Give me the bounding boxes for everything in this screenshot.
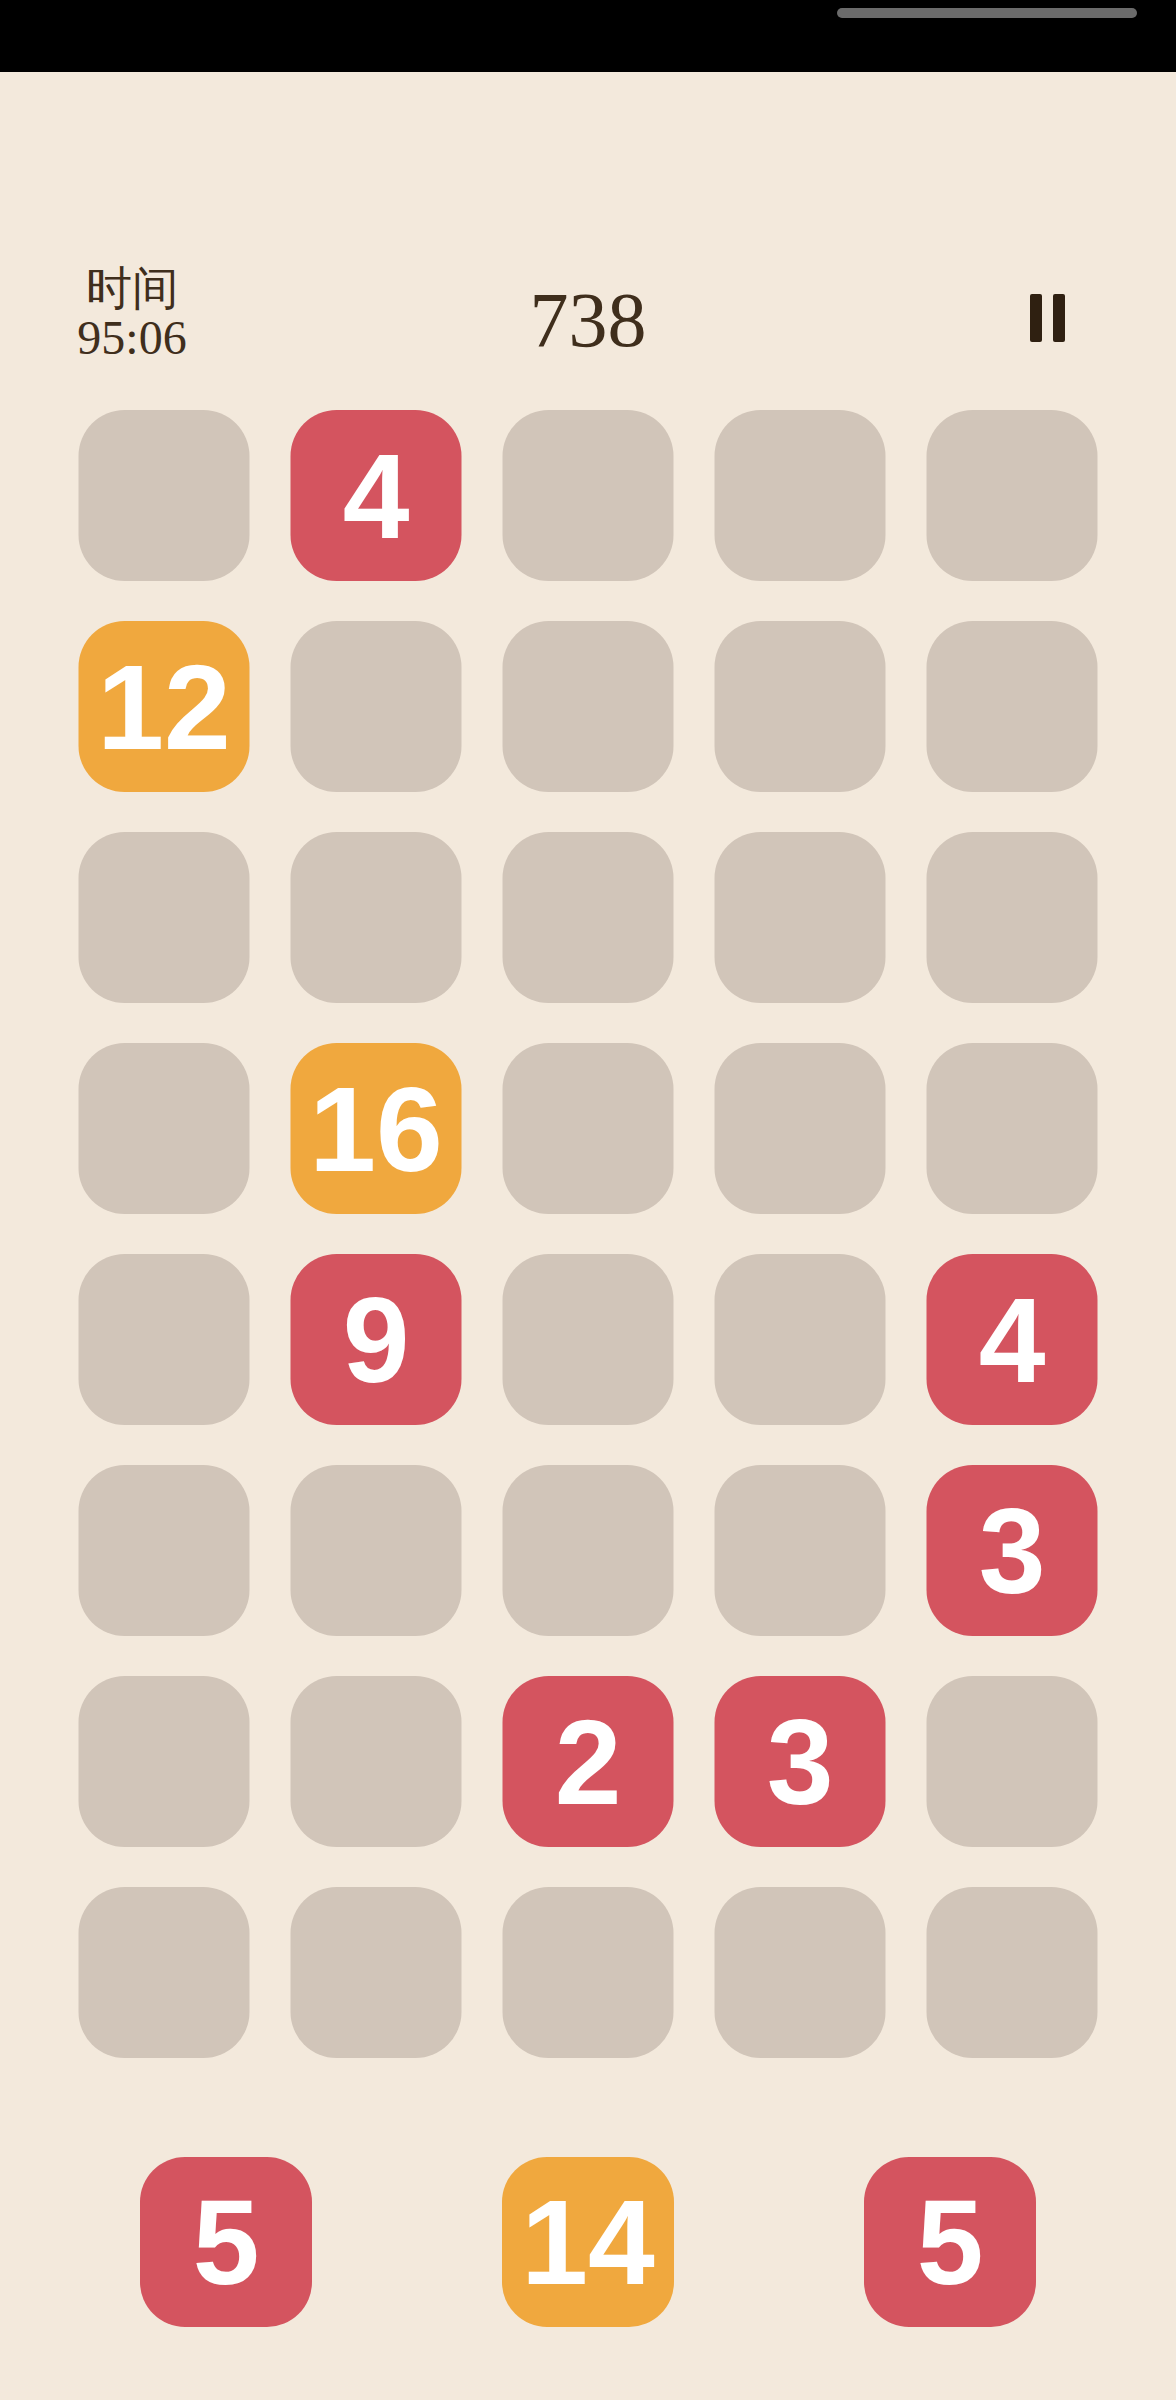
board-cell[interactable] [503, 410, 674, 581]
pause-icon [1030, 294, 1042, 342]
pause-button[interactable] [1030, 294, 1065, 342]
board-tile-4[interactable]: 4 [927, 1254, 1098, 1425]
board-cell[interactable] [503, 1887, 674, 2058]
board-cell[interactable] [291, 1887, 462, 2058]
board-tile-4[interactable]: 4 [291, 410, 462, 581]
board-tile-9[interactable]: 9 [291, 1254, 462, 1425]
board-cell[interactable] [79, 832, 250, 1003]
game-screen: 时间 95:06 738 4121694323 5145 [0, 0, 1176, 2400]
board-cell[interactable] [291, 1465, 462, 1636]
board-cell[interactable] [715, 1043, 886, 1214]
status-bar [0, 0, 1176, 72]
board-cell[interactable] [503, 1465, 674, 1636]
board-cell[interactable] [715, 1465, 886, 1636]
board-cell[interactable] [291, 621, 462, 792]
board-cell[interactable] [503, 1043, 674, 1214]
board-cell[interactable] [291, 1676, 462, 1847]
next-tile-5[interactable]: 5 [864, 2157, 1036, 2327]
next-tile-5[interactable]: 5 [140, 2157, 312, 2327]
board-cell[interactable] [927, 410, 1098, 581]
board-cell[interactable] [927, 1043, 1098, 1214]
board-grid: 4121694323 [79, 410, 1098, 2058]
camera-notch-pill [837, 8, 1137, 18]
board-cell[interactable] [715, 1254, 886, 1425]
board-tile-12[interactable]: 12 [79, 621, 250, 792]
board-cell[interactable] [927, 1887, 1098, 2058]
board-cell[interactable] [715, 410, 886, 581]
score-value: 738 [0, 281, 1176, 359]
board-tile-16[interactable]: 16 [291, 1043, 462, 1214]
board-cell[interactable] [715, 621, 886, 792]
board-cell[interactable] [79, 1043, 250, 1214]
board-cell[interactable] [291, 832, 462, 1003]
board-cell[interactable] [79, 1676, 250, 1847]
board-cell[interactable] [79, 1887, 250, 2058]
board-cell[interactable] [715, 832, 886, 1003]
board-tile-3[interactable]: 3 [715, 1676, 886, 1847]
pause-icon [1053, 294, 1065, 342]
board-cell[interactable] [503, 832, 674, 1003]
board-cell[interactable] [927, 832, 1098, 1003]
board-cell[interactable] [927, 1676, 1098, 1847]
next-tiles-row: 5145 [0, 2157, 1176, 2327]
board-cell[interactable] [927, 621, 1098, 792]
board-tile-2[interactable]: 2 [503, 1676, 674, 1847]
board-cell[interactable] [503, 621, 674, 792]
board-tile-3[interactable]: 3 [927, 1465, 1098, 1636]
board-cell[interactable] [79, 410, 250, 581]
board-cell[interactable] [715, 1887, 886, 2058]
next-tile-14[interactable]: 14 [502, 2157, 674, 2327]
board-cell[interactable] [79, 1465, 250, 1636]
board-cell[interactable] [503, 1254, 674, 1425]
board-cell[interactable] [79, 1254, 250, 1425]
